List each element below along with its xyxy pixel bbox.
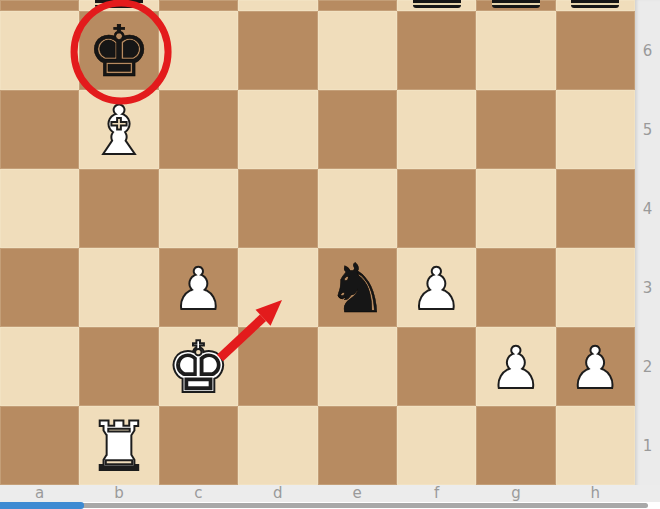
square-g2[interactable]: ♟ — [476, 327, 555, 406]
square-a2[interactable] — [0, 327, 79, 406]
file-label-f: f — [397, 485, 476, 502]
square-g7[interactable] — [476, 0, 555, 11]
square-f1[interactable] — [397, 406, 476, 485]
square-g3[interactable] — [476, 248, 555, 327]
piece-white-pawn[interactable]: ♟ — [172, 260, 224, 318]
square-b1[interactable]: ♜ — [79, 406, 158, 485]
rank-label-4: 4 — [635, 169, 660, 248]
file-label-a: a — [0, 485, 79, 502]
file-label-c: c — [159, 485, 238, 502]
square-a4[interactable] — [0, 169, 79, 248]
square-c6[interactable] — [159, 11, 238, 90]
square-d3[interactable] — [238, 248, 317, 327]
file-label-e: e — [318, 485, 397, 502]
square-a1[interactable] — [0, 406, 79, 485]
scrollbar-track[interactable] — [2, 503, 648, 508]
piece-white-pawn[interactable]: ♟ — [569, 339, 621, 397]
piece-white-rook[interactable]: ♜ — [89, 413, 150, 481]
square-c3[interactable]: ♟ — [159, 248, 238, 327]
piece-white-bishop[interactable]: ♝ — [89, 97, 150, 165]
piece-black-king[interactable]: ♚ — [87, 16, 151, 87]
scrollbar[interactable] — [0, 502, 660, 509]
rank-label-2: 2 — [635, 327, 660, 406]
piece-white-pawn[interactable]: ♟ — [411, 260, 463, 318]
square-h7[interactable] — [556, 0, 635, 11]
piece-white-king[interactable]: ♚ — [167, 332, 231, 403]
cutoff-black-pawn — [95, 0, 143, 8]
square-d4[interactable] — [238, 169, 317, 248]
square-d6[interactable] — [238, 11, 317, 90]
square-b2[interactable] — [79, 327, 158, 406]
square-e2[interactable] — [318, 327, 397, 406]
cutoff-black-pawn — [492, 0, 540, 8]
rank-label-3: 3 — [635, 248, 660, 327]
square-f5[interactable] — [397, 90, 476, 169]
square-c5[interactable] — [159, 90, 238, 169]
square-b5[interactable]: ♝ — [79, 90, 158, 169]
square-e3[interactable]: ♞ — [318, 248, 397, 327]
square-d7[interactable] — [238, 0, 317, 11]
square-f4[interactable] — [397, 169, 476, 248]
file-labels-gutter: abcdefgh — [0, 485, 660, 502]
square-c2[interactable]: ♚ — [159, 327, 238, 406]
rank-labels-gutter: 654321 — [635, 0, 660, 487]
square-h1[interactable] — [556, 406, 635, 485]
chess-app: ♚♝♟♞♟♚♟♟♜ 654321 abcdefgh — [0, 0, 660, 509]
square-e1[interactable] — [318, 406, 397, 485]
square-e6[interactable] — [318, 11, 397, 90]
square-g5[interactable] — [476, 90, 555, 169]
square-a6[interactable] — [0, 11, 79, 90]
square-a5[interactable] — [0, 90, 79, 169]
rank-label-6: 6 — [635, 11, 660, 90]
square-f2[interactable] — [397, 327, 476, 406]
square-h2[interactable]: ♟ — [556, 327, 635, 406]
square-e7[interactable] — [318, 0, 397, 11]
rank-label-1: 1 — [635, 406, 660, 485]
square-d2[interactable] — [238, 327, 317, 406]
square-f6[interactable] — [397, 11, 476, 90]
file-label-b: b — [79, 485, 158, 502]
square-b6[interactable]: ♚ — [79, 11, 158, 90]
piece-white-pawn[interactable]: ♟ — [490, 339, 542, 397]
square-g4[interactable] — [476, 169, 555, 248]
square-d5[interactable] — [238, 90, 317, 169]
cutoff-black-pawn — [413, 0, 461, 8]
square-h3[interactable] — [556, 248, 635, 327]
square-e5[interactable] — [318, 90, 397, 169]
file-label-d: d — [238, 485, 317, 502]
square-g1[interactable] — [476, 406, 555, 485]
square-c7[interactable] — [159, 0, 238, 11]
square-h6[interactable] — [556, 11, 635, 90]
square-a7[interactable] — [0, 0, 79, 11]
square-b3[interactable] — [79, 248, 158, 327]
file-label-h: h — [556, 485, 635, 502]
square-e4[interactable] — [318, 169, 397, 248]
square-c1[interactable] — [159, 406, 238, 485]
chess-board: ♚♝♟♞♟♚♟♟♜ — [0, 0, 635, 485]
piece-black-knight[interactable]: ♞ — [327, 255, 388, 323]
square-f7[interactable] — [397, 0, 476, 11]
square-c4[interactable] — [159, 169, 238, 248]
square-d1[interactable] — [238, 406, 317, 485]
cutoff-black-pawn — [571, 0, 619, 8]
square-b4[interactable] — [79, 169, 158, 248]
scrollbar-progress[interactable] — [0, 502, 84, 509]
square-h5[interactable] — [556, 90, 635, 169]
square-g6[interactable] — [476, 11, 555, 90]
rank-label-5: 5 — [635, 90, 660, 169]
square-a3[interactable] — [0, 248, 79, 327]
square-h4[interactable] — [556, 169, 635, 248]
file-label-g: g — [476, 485, 555, 502]
square-f3[interactable]: ♟ — [397, 248, 476, 327]
